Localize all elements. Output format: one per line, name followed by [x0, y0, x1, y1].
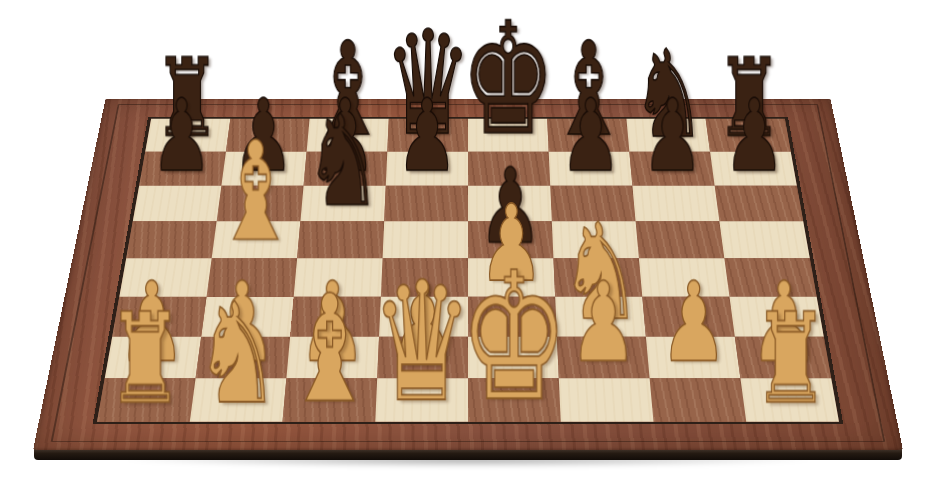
square-b5[interactable]: ♝ [212, 221, 301, 258]
black-pawn-h7[interactable]: ♟ [632, 95, 876, 177]
square-g6[interactable] [632, 186, 719, 222]
square-e1[interactable]: ♚ [468, 378, 561, 421]
white-king-e1[interactable]: ♚ [376, 265, 651, 410]
playing-area-border: ♜♝♛♚♝♞♜♟♟♟♟♟♟♟♞♝♟♟♞♟♟♟♟♟♟♟♜♞♝♛♚♜ [93, 117, 843, 423]
square-h6[interactable] [715, 186, 804, 222]
square-h1[interactable]: ♜ [740, 378, 839, 421]
chess-board: ♜♝♛♚♝♞♜♟♟♟♟♟♟♟♞♝♟♟♞♟♟♟♟♟♟♟♜♞♝♛♚♜ [33, 99, 903, 450]
white-bishop-b5[interactable]: ♝ [129, 137, 383, 249]
square-h7[interactable]: ♟ [710, 152, 797, 186]
white-rook-a1[interactable]: ♜ [8, 308, 283, 410]
square-h5[interactable] [719, 221, 809, 258]
board-scene: ♜♝♛♚♝♞♜♟♟♟♟♟♟♟♞♝♟♟♞♟♟♟♟♟♟♟♜♞♝♛♚♜ [0, 0, 935, 500]
square-a1[interactable]: ♜ [97, 378, 196, 421]
board-grid: ♜♝♛♚♝♞♜♟♟♟♟♟♟♟♞♝♟♟♞♟♟♟♟♟♟♟♜♞♝♛♚♜ [97, 119, 839, 422]
white-rook-h1[interactable]: ♜ [653, 308, 928, 410]
